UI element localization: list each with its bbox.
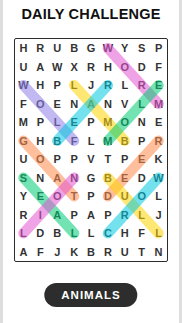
grid-cell-r2c9[interactable]: F — [150, 58, 167, 77]
grid-cell-r9c7[interactable]: U — [116, 187, 133, 206]
grid-cell-r3c7[interactable]: L — [116, 76, 133, 95]
grid-cell-r8c2[interactable]: N — [32, 169, 49, 188]
grid-cell-r1c2[interactable]: R — [32, 39, 49, 58]
grid-cell-r7c6[interactable]: T — [99, 150, 116, 169]
grid-cell-r1c3[interactable]: U — [49, 39, 66, 58]
grid-cell-r11c2[interactable]: D — [32, 224, 49, 243]
grid-cell-r9c5[interactable]: P — [83, 187, 100, 206]
grid-cell-r12c3[interactable]: J — [49, 243, 66, 262]
category-badge: ANIMALS — [44, 283, 137, 307]
grid-cell-r5c3[interactable]: L — [49, 113, 66, 132]
grid-cell-r10c7[interactable]: R — [116, 206, 133, 225]
grid-cell-r3c2[interactable]: H — [32, 76, 49, 95]
grid-cell-r12c6[interactable]: R — [99, 243, 116, 262]
grid-cell-r8c5[interactable]: G — [83, 169, 100, 188]
grid-cell-r1c8[interactable]: S — [133, 39, 150, 58]
page-title: DAILY CHALLENGE — [0, 6, 182, 22]
grid-cell-r9c6[interactable]: D — [99, 187, 116, 206]
grid-cell-r1c7[interactable]: Y — [116, 39, 133, 58]
grid-cell-r5c2[interactable]: P — [32, 113, 49, 132]
grid-cell-r11c8[interactable]: F — [133, 224, 150, 243]
grid-cell-r6c1[interactable]: G — [15, 132, 32, 151]
grid-cell-r10c6[interactable]: P — [99, 206, 116, 225]
grid-cell-r11c7[interactable]: H — [116, 224, 133, 243]
grid-cell-r10c9[interactable]: J — [150, 206, 167, 225]
word-search-board: HRUBGWYSPUAWXRHODFWHPLJRLREFOENANVLMMPLE… — [14, 38, 168, 262]
grid-cell-r2c8[interactable]: D — [133, 58, 150, 77]
grid-cell-r10c8[interactable]: L — [133, 206, 150, 225]
grid-cell-r1c6[interactable]: W — [99, 39, 116, 58]
grid-cell-r12c7[interactable]: U — [116, 243, 133, 262]
grid-cell-r11c4[interactable]: L — [66, 224, 83, 243]
grid-cell-r4c5[interactable]: A — [83, 95, 100, 114]
grid-cell-r12c5[interactable]: B — [83, 243, 100, 262]
grid-cell-r7c9[interactable]: K — [150, 150, 167, 169]
grid-cell-r8c9[interactable]: W — [150, 169, 167, 188]
grid-cell-r10c4[interactable]: P — [66, 206, 83, 225]
grid-cell-r11c3[interactable]: B — [49, 224, 66, 243]
grid-cell-r6c8[interactable]: P — [133, 132, 150, 151]
grid-cell-r5c8[interactable]: N — [133, 113, 150, 132]
grid-cell-r5c9[interactable]: E — [150, 113, 167, 132]
grid-cell-r11c5[interactable]: L — [83, 224, 100, 243]
grid-cell-r6c9[interactable]: R — [150, 132, 167, 151]
grid-cell-r5c5[interactable]: P — [83, 113, 100, 132]
grid-cell-r12c4[interactable]: K — [66, 243, 83, 262]
grid-cell-r1c1[interactable]: H — [15, 39, 32, 58]
grid-cell-r2c1[interactable]: U — [15, 58, 32, 77]
grid-cell-r11c6[interactable]: C — [99, 224, 116, 243]
grid-cell-r7c8[interactable]: E — [133, 150, 150, 169]
grid-cell-r11c9[interactable]: L — [150, 224, 167, 243]
grid-cell-r3c6[interactable]: R — [99, 76, 116, 95]
grid-cell-r6c6[interactable]: M — [99, 132, 116, 151]
word-search-screen: DAILY CHALLENGE HRUBGWYSPUAWXRHODFWHPLJR… — [0, 0, 182, 323]
grid-cell-r2c3[interactable]: W — [49, 58, 66, 77]
grid-cell-r4c7[interactable]: V — [116, 95, 133, 114]
grid-cell-r3c3[interactable]: P — [49, 76, 66, 95]
grid-cell-r4c6[interactable]: N — [99, 95, 116, 114]
grid-cell-r4c3[interactable]: E — [49, 95, 66, 114]
grid-cell-r7c5[interactable]: V — [83, 150, 100, 169]
grid-cell-r6c2[interactable]: H — [32, 132, 49, 151]
grid-cell-r9c2[interactable]: E — [32, 187, 49, 206]
screen-edge-left — [0, 0, 3, 323]
grid-cell-r12c1[interactable]: A — [15, 243, 32, 262]
grid-cell-r7c1[interactable]: U — [15, 150, 32, 169]
grid-cell-r4c2[interactable]: O — [32, 95, 49, 114]
letter-grid[interactable]: HRUBGWYSPUAWXRHODFWHPLJRLREFOENANVLMMPLE… — [15, 39, 167, 261]
grid-cell-r9c9[interactable]: L — [150, 187, 167, 206]
grid-cell-r7c7[interactable]: P — [116, 150, 133, 169]
grid-cell-r4c1[interactable]: F — [15, 95, 32, 114]
grid-cell-r7c2[interactable]: O — [32, 150, 49, 169]
grid-cell-r8c6[interactable]: B — [99, 169, 116, 188]
grid-cell-r5c6[interactable]: M — [99, 113, 116, 132]
grid-cell-r3c4[interactable]: L — [66, 76, 83, 95]
grid-cell-r6c4[interactable]: F — [66, 132, 83, 151]
grid-cell-r8c4[interactable]: N — [66, 169, 83, 188]
grid-cell-r6c3[interactable]: B — [49, 132, 66, 151]
grid-cell-r10c3[interactable]: A — [49, 206, 66, 225]
grid-cell-r1c9[interactable]: P — [150, 39, 167, 58]
grid-cell-r7c4[interactable]: P — [66, 150, 83, 169]
grid-cell-r10c2[interactable]: I — [32, 206, 49, 225]
grid-cell-r5c4[interactable]: E — [66, 113, 83, 132]
grid-cell-r8c8[interactable]: D — [133, 169, 150, 188]
grid-cell-r2c7[interactable]: O — [116, 58, 133, 77]
grid-cell-r3c1[interactable]: W — [15, 76, 32, 95]
grid-cell-r9c1[interactable]: Y — [15, 187, 32, 206]
grid-cell-r10c5[interactable]: A — [83, 206, 100, 225]
grid-cell-r7c3[interactable]: P — [49, 150, 66, 169]
grid-cell-r9c3[interactable]: O — [49, 187, 66, 206]
grid-cell-r4c9[interactable]: M — [150, 95, 167, 114]
grid-cell-r3c8[interactable]: R — [133, 76, 150, 95]
grid-cell-r12c2[interactable]: F — [32, 243, 49, 262]
grid-cell-r2c6[interactable]: H — [99, 58, 116, 77]
grid-cell-r6c5[interactable]: L — [83, 132, 100, 151]
grid-cell-r1c5[interactable]: G — [83, 39, 100, 58]
grid-cell-r3c9[interactable]: E — [150, 76, 167, 95]
screen-edge-right — [179, 0, 182, 323]
grid-cell-r2c2[interactable]: A — [32, 58, 49, 77]
grid-cell-r1c4[interactable]: B — [66, 39, 83, 58]
grid-cell-r5c1[interactable]: M — [15, 113, 32, 132]
grid-cell-r8c1[interactable]: S — [15, 169, 32, 188]
grid-cell-r2c4[interactable]: X — [66, 58, 83, 77]
grid-cell-r8c7[interactable]: E — [116, 169, 133, 188]
grid-cell-r5c7[interactable]: O — [116, 113, 133, 132]
grid-cell-r12c8[interactable]: T — [133, 243, 150, 262]
grid-cell-r4c8[interactable]: L — [133, 95, 150, 114]
grid-cell-r9c8[interactable]: O — [133, 187, 150, 206]
grid-cell-r2c5[interactable]: R — [83, 58, 100, 77]
grid-cell-r12c9[interactable]: N — [150, 243, 167, 262]
grid-cell-r3c5[interactable]: J — [83, 76, 100, 95]
grid-cell-r11c1[interactable]: L — [15, 224, 32, 243]
grid-cell-r10c1[interactable]: R — [15, 206, 32, 225]
grid-cell-r9c4[interactable]: T — [66, 187, 83, 206]
grid-cell-r6c7[interactable]: B — [116, 132, 133, 151]
grid-cell-r4c4[interactable]: N — [66, 95, 83, 114]
grid-cell-r8c3[interactable]: A — [49, 169, 66, 188]
